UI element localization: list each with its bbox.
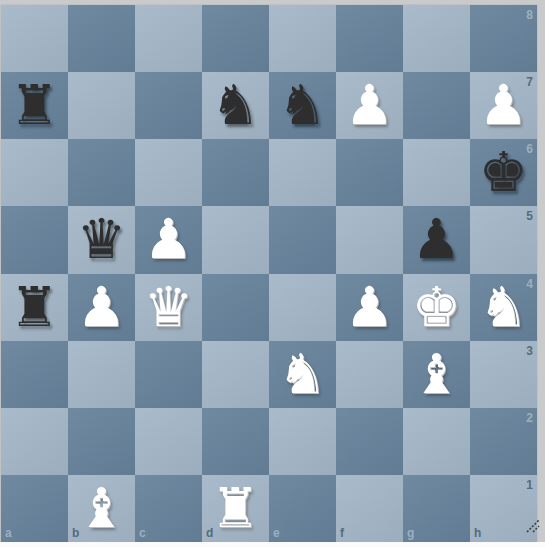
square-h2[interactable]: 2: [470, 408, 537, 475]
square-d1[interactable]: d♜: [202, 475, 269, 542]
square-f7[interactable]: ♟: [336, 72, 403, 139]
white-king-g4[interactable]: ♚: [403, 274, 470, 341]
chess-board: 8♜♞♞♟7♟6♚♛♟♟5♜♟♛♟♚4♞♞♝32ab♝cd♜efg1h: [1, 5, 537, 542]
square-b7[interactable]: [68, 72, 135, 139]
square-e4[interactable]: [269, 274, 336, 341]
square-c7[interactable]: [135, 72, 202, 139]
square-f8[interactable]: [336, 5, 403, 72]
window-bottom-border: [0, 542, 545, 547]
rank-label-5: 5: [526, 210, 533, 222]
rank-label-7: 7: [526, 76, 533, 88]
chess-board-window: 8♜♞♞♟7♟6♚♛♟♟5♜♟♛♟♚4♞♞♝32ab♝cd♜efg1h: [0, 0, 545, 547]
square-f2[interactable]: [336, 408, 403, 475]
white-queen-c4[interactable]: ♛: [135, 274, 202, 341]
square-b5[interactable]: ♛: [68, 206, 135, 273]
resize-handle-icon[interactable]: [526, 519, 540, 533]
black-rook-a4[interactable]: ♜: [1, 274, 68, 341]
black-rook-a7[interactable]: ♜: [1, 72, 68, 139]
square-e1[interactable]: e: [269, 475, 336, 542]
black-knight-e7[interactable]: ♞: [269, 72, 336, 139]
square-d3[interactable]: [202, 341, 269, 408]
square-h6[interactable]: 6♚: [470, 139, 537, 206]
square-h7[interactable]: 7♟: [470, 72, 537, 139]
file-label-c: c: [139, 527, 146, 539]
square-h4[interactable]: 4♞: [470, 274, 537, 341]
square-d6[interactable]: [202, 139, 269, 206]
white-pawn-b4[interactable]: ♟: [68, 274, 135, 341]
square-f5[interactable]: [336, 206, 403, 273]
white-pawn-f7[interactable]: ♟: [336, 72, 403, 139]
white-pawn-f4[interactable]: ♟: [336, 274, 403, 341]
square-f3[interactable]: [336, 341, 403, 408]
black-queen-b5[interactable]: ♛: [68, 206, 135, 273]
file-label-d: d: [206, 527, 213, 539]
file-label-g: g: [407, 527, 414, 539]
square-g1[interactable]: g: [403, 475, 470, 542]
square-d8[interactable]: [202, 5, 269, 72]
square-f1[interactable]: f: [336, 475, 403, 542]
square-b1[interactable]: b♝: [68, 475, 135, 542]
square-d2[interactable]: [202, 408, 269, 475]
square-c6[interactable]: [135, 139, 202, 206]
square-c8[interactable]: [135, 5, 202, 72]
square-h8[interactable]: 8: [470, 5, 537, 72]
rank-label-4: 4: [526, 278, 533, 290]
white-knight-e3[interactable]: ♞: [269, 341, 336, 408]
square-g6[interactable]: [403, 139, 470, 206]
square-b8[interactable]: [68, 5, 135, 72]
square-g3[interactable]: ♝: [403, 341, 470, 408]
file-label-h: h: [474, 527, 481, 539]
square-g4[interactable]: ♚: [403, 274, 470, 341]
square-e3[interactable]: ♞: [269, 341, 336, 408]
black-knight-d7[interactable]: ♞: [202, 72, 269, 139]
square-g8[interactable]: [403, 5, 470, 72]
square-a7[interactable]: ♜: [1, 72, 68, 139]
square-a5[interactable]: [1, 206, 68, 273]
square-c1[interactable]: c: [135, 475, 202, 542]
square-e2[interactable]: [269, 408, 336, 475]
white-bishop-g3[interactable]: ♝: [403, 341, 470, 408]
square-e8[interactable]: [269, 5, 336, 72]
square-b6[interactable]: [68, 139, 135, 206]
square-b4[interactable]: ♟: [68, 274, 135, 341]
square-h5[interactable]: 5: [470, 206, 537, 273]
square-b2[interactable]: [68, 408, 135, 475]
square-c2[interactable]: [135, 408, 202, 475]
square-g5[interactable]: ♟: [403, 206, 470, 273]
square-g7[interactable]: [403, 72, 470, 139]
file-label-e: e: [273, 527, 280, 539]
square-e6[interactable]: [269, 139, 336, 206]
file-label-a: a: [5, 527, 12, 539]
square-h3[interactable]: 3: [470, 341, 537, 408]
square-c4[interactable]: ♛: [135, 274, 202, 341]
square-c5[interactable]: ♟: [135, 206, 202, 273]
file-label-f: f: [340, 527, 344, 539]
square-e7[interactable]: ♞: [269, 72, 336, 139]
square-f6[interactable]: [336, 139, 403, 206]
square-d4[interactable]: [202, 274, 269, 341]
square-g2[interactable]: [403, 408, 470, 475]
square-a2[interactable]: [1, 408, 68, 475]
file-label-b: b: [72, 527, 79, 539]
square-b3[interactable]: [68, 341, 135, 408]
square-a3[interactable]: [1, 341, 68, 408]
rank-label-8: 8: [526, 9, 533, 21]
rank-label-2: 2: [526, 412, 533, 424]
square-c3[interactable]: [135, 341, 202, 408]
rank-label-3: 3: [526, 345, 533, 357]
square-a1[interactable]: a: [1, 475, 68, 542]
black-pawn-g5[interactable]: ♟: [403, 206, 470, 273]
square-f4[interactable]: ♟: [336, 274, 403, 341]
square-d5[interactable]: [202, 206, 269, 273]
rank-label-6: 6: [526, 143, 533, 155]
square-a8[interactable]: [1, 5, 68, 72]
square-a6[interactable]: [1, 139, 68, 206]
square-e5[interactable]: [269, 206, 336, 273]
rank-label-1: 1: [526, 479, 533, 491]
white-pawn-c5[interactable]: ♟: [135, 206, 202, 273]
square-a4[interactable]: ♜: [1, 274, 68, 341]
square-d7[interactable]: ♞: [202, 72, 269, 139]
